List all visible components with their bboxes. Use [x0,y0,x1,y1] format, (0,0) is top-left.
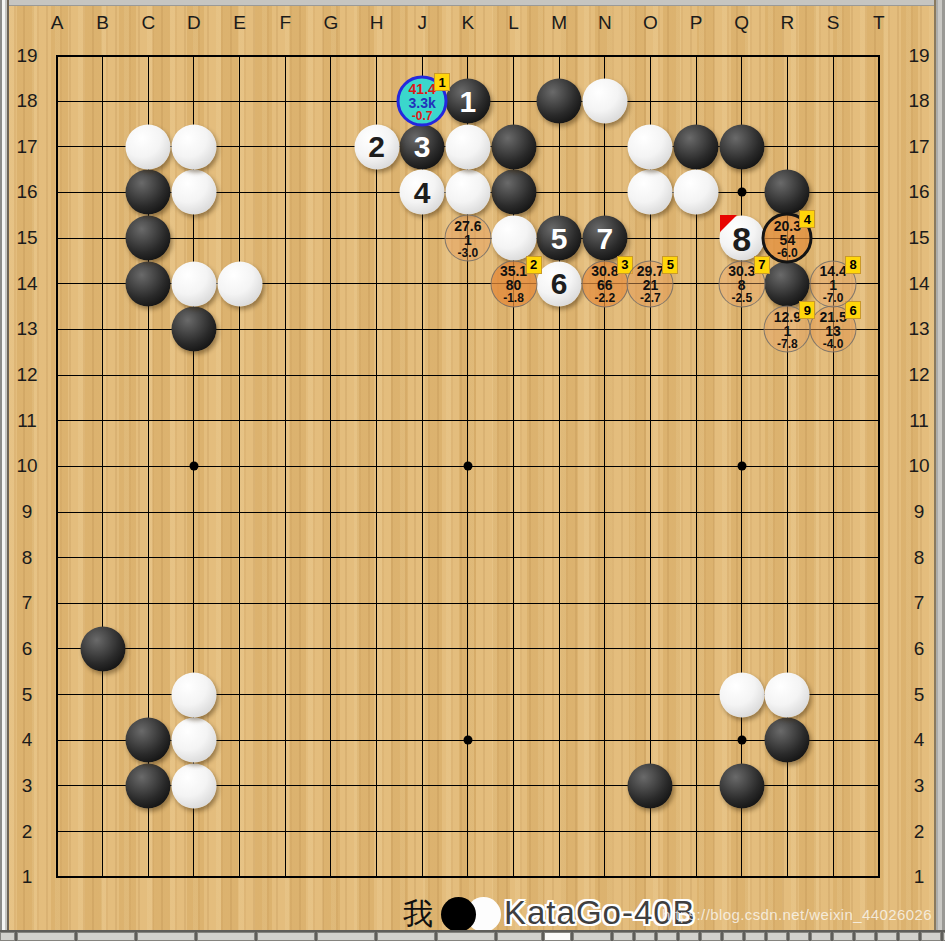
row-label-left-10: 10 [16,455,37,477]
col-label-A: A [51,12,64,34]
move-number-6: 6 [551,269,568,299]
stone-Q17 [719,124,764,169]
stone-C4 [126,718,171,763]
grid-line-h [56,876,880,878]
bottom-strip-segment [811,932,831,941]
bottom-strip-segment [257,932,315,941]
star-point-Q16 [737,188,746,197]
stone-D3 [171,763,216,808]
bottom-strip-segment [573,932,611,941]
col-label-D: D [187,12,201,34]
row-label-right-12: 12 [908,364,929,386]
row-label-left-8: 8 [22,547,33,569]
black-stone-icon [441,897,476,932]
stone-H17: 2 [354,124,399,169]
candidate-winrate: 29.7 [637,264,664,278]
row-label-left-16: 16 [16,181,37,203]
candidate-score: -1.8 [503,292,524,304]
col-label-K: K [462,12,475,34]
window-left-edge [0,0,9,941]
stone-D5 [171,672,216,717]
stone-C17 [126,124,171,169]
bottom-strip-segment [767,932,787,941]
row-label-right-14: 14 [908,273,929,295]
bottom-strip-segment [377,932,435,941]
candidate-winrate: 35.1 [500,264,527,278]
bottom-strip-segment [657,932,677,941]
candidate-score: -2.5 [731,292,752,304]
stone-L17 [491,124,536,169]
star-point-K4 [463,736,472,745]
stone-K16 [445,170,490,215]
candidate-score: -7.8 [777,337,798,349]
candidate-rank-badge: 7 [754,256,770,274]
bottom-strip-segment [77,932,135,941]
row-label-left-6: 6 [22,638,33,660]
candidate-winrate: 27.6 [454,218,481,232]
row-label-right-1: 1 [914,866,925,888]
last-move-triangle-icon [720,215,737,232]
col-label-T: T [873,12,885,34]
col-label-L: L [508,12,519,34]
col-label-O: O [643,12,658,34]
grid-line-h [56,557,880,558]
row-label-right-5: 5 [914,684,925,706]
row-label-left-2: 2 [22,821,33,843]
stone-L16 [491,170,536,215]
player-label: 我 [403,899,433,929]
col-label-B: B [96,12,109,34]
bottom-strip-segment [833,932,853,941]
stone-C14 [126,261,171,306]
grid-line-v [833,55,834,879]
stone-O17 [628,124,673,169]
col-label-N: N [598,12,612,34]
stone-C15 [126,216,171,261]
candidate-visits: 80 [506,278,522,292]
candidate-move-K15[interactable]: 27.61-3.0 [444,215,491,262]
stone-B6 [80,626,125,671]
bottom-strip-segment [789,932,809,941]
candidate-rank-badge: 4 [799,210,815,228]
grid-line-v [604,55,605,879]
move-number-2: 2 [368,132,385,162]
col-label-M: M [551,12,567,34]
row-label-left-18: 18 [16,90,37,112]
bottom-strip-segment [723,932,743,941]
stone-P17 [674,124,719,169]
candidate-visits: 21 [643,278,659,292]
stone-P16 [674,170,719,215]
col-label-E: E [233,12,246,34]
candidate-winrate: 12.9 [774,309,801,323]
bottom-strip-segment [317,932,375,941]
stone-J17: 3 [400,124,445,169]
col-label-G: G [324,12,339,34]
stone-D13 [171,307,216,352]
row-label-left-5: 5 [22,684,33,706]
candidate-rank-badge: 6 [845,301,861,319]
candidate-rank-badge: 2 [526,256,542,274]
row-label-left-14: 14 [16,273,37,295]
candidate-score: -2.7 [640,292,661,304]
candidate-visits: 13 [825,323,841,337]
row-label-right-10: 10 [908,455,929,477]
candidate-visits: 1 [783,323,791,337]
stone-D14 [171,261,216,306]
bottom-strip-segment [197,932,255,941]
grid-line-h [56,603,880,604]
move-number-7: 7 [596,223,613,253]
stone-M18 [537,79,582,124]
col-label-C: C [141,12,155,34]
row-label-right-9: 9 [914,501,925,523]
candidate-rank-badge: 9 [799,301,815,319]
row-label-right-18: 18 [908,90,929,112]
row-label-left-7: 7 [22,592,33,614]
candidate-winrate: 20.3 [774,218,801,232]
bottom-strip-segment [701,932,721,941]
stone-R14 [765,261,810,306]
stone-L15 [491,216,536,261]
window-top-edge [0,0,945,6]
row-label-right-6: 6 [914,638,925,660]
candidate-visits: 54 [780,232,796,246]
col-label-R: R [781,12,795,34]
candidate-score: -6.0 [777,246,798,258]
stone-D17 [171,124,216,169]
stone-K18: 1 [445,79,490,124]
stone-N18 [582,79,627,124]
stone-E14 [217,261,262,306]
move-number-4: 4 [414,177,431,207]
candidate-rank-badge: 1 [434,73,450,91]
grid-line-h [56,831,880,832]
candidate-score: -7.0 [823,292,844,304]
candidate-visits: 1 [464,232,472,246]
bottom-strip-segment [137,932,195,941]
bottom-strip-segment [544,932,571,941]
candidate-score: -3.0 [458,246,479,258]
bottom-strip-segment [899,932,919,941]
row-label-left-3: 3 [22,775,33,797]
bottom-strip-segment [679,932,699,941]
row-label-right-19: 19 [908,45,929,67]
katago-analysis-window: ABCDEFGHJKLMNOPQRST191918181717161615151… [0,0,945,941]
stone-J16: 4 [400,170,445,215]
stone-M14: 6 [537,261,582,306]
stone-N15: 7 [582,216,627,261]
col-label-J: J [417,12,427,34]
row-label-right-2: 2 [914,821,925,843]
row-label-left-17: 17 [16,136,37,158]
row-label-left-4: 4 [22,729,33,751]
stone-C16 [126,170,171,215]
bottom-strip-segment [497,932,542,941]
grid-line-h [56,512,880,513]
bottom-strip-segment [855,932,875,941]
stone-R4 [765,718,810,763]
stone-R16 [765,170,810,215]
star-point-Q10 [737,462,746,471]
move-number-1: 1 [460,86,477,116]
bottom-strip-segment [635,932,655,941]
bottom-window-strip [0,930,945,941]
row-label-left-1: 1 [22,866,33,888]
star-point-K10 [463,462,472,471]
candidate-winrate: 41.4 [409,81,436,95]
stone-M15: 5 [537,216,582,261]
candidate-score: -4.0 [823,337,844,349]
candidate-score: -2.2 [594,292,615,304]
candidate-visits: 8 [738,278,746,292]
candidate-winrate: 14.4 [819,264,846,278]
bottom-strip-segment [437,932,495,941]
row-label-right-7: 7 [914,592,925,614]
row-label-right-13: 13 [908,318,929,340]
row-label-left-19: 19 [16,45,37,67]
candidate-visits: 3.3k [409,95,436,109]
grid-line-h [56,648,880,649]
col-label-Q: Q [734,12,749,34]
candidate-visits: 1 [829,278,837,292]
star-point-D10 [189,462,198,471]
col-label-F: F [279,12,291,34]
stone-D4 [171,718,216,763]
row-label-right-17: 17 [908,136,929,158]
col-label-H: H [370,12,384,34]
bottom-strip-segment [745,932,765,941]
candidate-visits: 66 [597,278,613,292]
stone-Q3 [719,763,764,808]
star-point-Q4 [737,736,746,745]
stone-O3 [628,763,673,808]
candidate-score: -0.7 [412,109,433,121]
watermark-url: https://blog.csdn.net/weixin_44026026 [662,907,932,922]
row-label-left-9: 9 [22,501,33,523]
col-label-P: P [690,12,703,34]
candidate-rank-badge: 5 [662,256,678,274]
stone-R5 [765,672,810,717]
row-label-left-11: 11 [17,410,37,432]
grid-line-v [878,55,880,879]
grid-line-v [559,55,560,879]
candidate-winrate: 30.3 [728,264,755,278]
bottom-strip-segment [877,932,897,941]
row-label-right-15: 15 [908,227,929,249]
stone-C3 [126,763,171,808]
move-number-5: 5 [551,223,568,253]
stone-K17 [445,124,490,169]
row-label-right-16: 16 [908,181,929,203]
bottom-strip-segment [921,932,941,941]
bottom-strip-segment [17,932,75,941]
row-label-right-11: 11 [909,410,929,432]
stone-D16 [171,170,216,215]
bottom-strip-segment [0,932,15,941]
row-label-left-15: 15 [16,227,37,249]
bottom-strip-segment [613,932,633,941]
row-label-left-13: 13 [16,318,37,340]
row-label-right-4: 4 [914,729,925,751]
candidate-winrate: 21.5 [819,309,846,323]
row-label-right-3: 3 [914,775,925,797]
window-right-edge [934,0,945,941]
candidate-winrate: 30.8 [591,264,618,278]
candidate-rank-badge: 8 [845,256,861,274]
row-label-left-12: 12 [16,364,37,386]
move-number-3: 3 [414,132,431,162]
stone-Q5 [719,672,764,717]
stone-O16 [628,170,673,215]
col-label-S: S [827,12,840,34]
row-label-right-8: 8 [914,547,925,569]
